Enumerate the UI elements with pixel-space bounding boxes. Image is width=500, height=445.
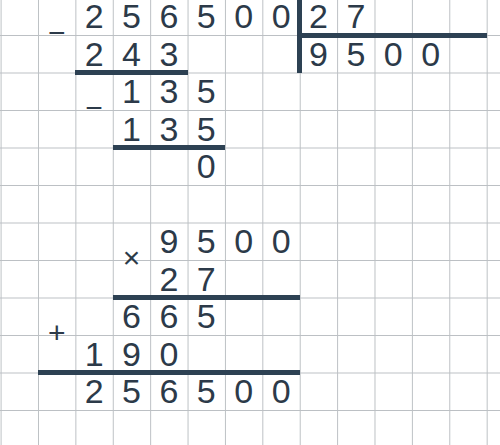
digit-cell-r9c2: 1: [75, 335, 112, 373]
digit-cell-r3c3: 1: [113, 110, 150, 148]
digit-cell-r7c4: 2: [150, 260, 187, 298]
digit-cell-r3c5: 5: [188, 110, 225, 148]
minus-operator: −: [48, 18, 66, 48]
digit-cell-r1c9: 5: [337, 35, 374, 73]
digit-cell-r6c7: 0: [262, 223, 299, 261]
subtraction-underline-2: [113, 145, 225, 150]
minus-operator: −: [85, 93, 103, 123]
multiplication-underline: [113, 295, 300, 300]
digit-cell-r10c7: 0: [262, 373, 299, 411]
digit-cell-r6c6: 0: [225, 223, 262, 261]
digit-cell-r10c3: 5: [113, 373, 150, 411]
digit-cell-r2c4: 3: [150, 73, 187, 111]
digit-cell-r0c4: 6: [150, 0, 187, 35]
division-bracket-horizontal: [300, 33, 487, 38]
digit-cell-r6c5: 5: [188, 223, 225, 261]
digit-cell-r10c5: 5: [188, 373, 225, 411]
digit-cell-r1c2: 2: [75, 35, 112, 73]
plus-operator: +: [48, 318, 66, 348]
digit-cell-r0c5: 5: [188, 0, 225, 35]
digit-cell-r10c6: 0: [225, 373, 262, 411]
digit-cell-r0c6: 0: [225, 0, 262, 35]
digit-cell-r0c7: 0: [262, 0, 299, 35]
times-operator: ×: [123, 243, 141, 273]
digit-cell-r10c2: 2: [75, 373, 112, 411]
addition-underline: [38, 370, 300, 375]
digit-cell-r1c11: 0: [412, 35, 449, 73]
digit-cell-r0c9: 7: [337, 0, 374, 35]
digit-cell-r1c4: 3: [150, 35, 187, 73]
digit-cell-r8c4: 6: [150, 298, 187, 336]
digit-cell-r0c8: 2: [300, 0, 337, 35]
digit-cell-r3c4: 3: [150, 110, 187, 148]
digit-cell-r9c3: 9: [113, 335, 150, 373]
digit-cell-r7c5: 7: [188, 260, 225, 298]
digit-cell-r0c3: 5: [113, 0, 150, 35]
digit-cell-r10c4: 6: [150, 373, 187, 411]
digit-cell-r2c5: 5: [188, 73, 225, 111]
digit-cell-r8c3: 6: [113, 298, 150, 336]
digit-cell-r8c5: 5: [188, 298, 225, 336]
digit-cell-r6c4: 9: [150, 223, 187, 261]
digit-cell-r9c4: 0: [150, 335, 187, 373]
digit-cell-r1c3: 4: [113, 35, 150, 73]
digit-cell-r1c8: 9: [300, 35, 337, 73]
digit-cell-r0c2: 2: [75, 0, 112, 35]
digit-cell-r2c3: 1: [113, 73, 150, 111]
digit-cell-r4c5: 0: [188, 148, 225, 186]
subtraction-underline-1: [75, 70, 187, 75]
worksheet-grid: 2565002724395001351350950027665190256500…: [0, 0, 500, 445]
digit-cell-r1c10: 0: [375, 35, 412, 73]
